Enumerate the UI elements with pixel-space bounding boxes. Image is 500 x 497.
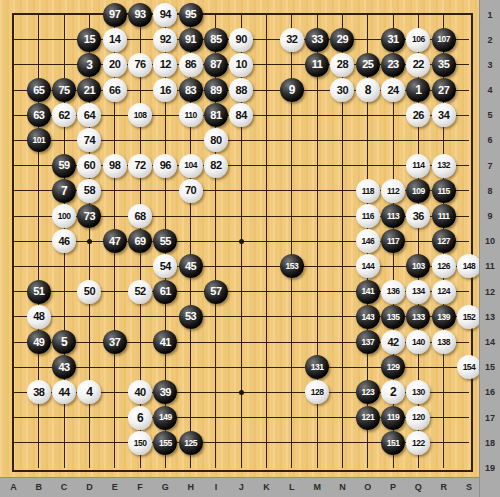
column-label-I: I (215, 482, 218, 492)
stone-white-E3[interactable]: 20 (103, 53, 127, 77)
stone-white-D12[interactable]: 50 (77, 280, 101, 304)
stone-black-R2[interactable]: 107 (432, 28, 456, 52)
stone-white-F3[interactable]: 76 (128, 53, 152, 77)
stone-black-H1[interactable]: 95 (179, 3, 203, 27)
stone-white-R5[interactable]: 34 (432, 103, 456, 127)
stone-black-O17[interactable]: 121 (356, 406, 380, 430)
row-label-15: 15 (485, 362, 495, 372)
stone-black-E14[interactable]: 37 (103, 330, 127, 354)
stone-black-C4[interactable]: 75 (52, 78, 76, 102)
stone-white-I7[interactable]: 82 (204, 154, 228, 178)
row-label-6: 6 (487, 135, 492, 145)
stone-black-L4[interactable]: 9 (280, 78, 304, 102)
stone-white-S13[interactable]: 152 (457, 305, 481, 329)
stone-white-Q18[interactable]: 122 (406, 431, 430, 455)
stone-black-I2[interactable]: 85 (204, 28, 228, 52)
column-label-R: R (440, 482, 447, 492)
stone-white-G7[interactable]: 96 (153, 154, 177, 178)
stone-white-S15[interactable]: 154 (457, 355, 481, 379)
stone-black-C14[interactable]: 5 (52, 330, 76, 354)
stone-white-P4[interactable]: 24 (381, 78, 405, 102)
stone-white-P12[interactable]: 136 (381, 280, 405, 304)
stone-white-E4[interactable]: 66 (103, 78, 127, 102)
stone-black-H13[interactable]: 53 (179, 305, 203, 329)
column-coordinate-strip (0, 477, 500, 497)
stone-black-F1[interactable]: 93 (128, 3, 152, 27)
stone-black-E1[interactable]: 97 (103, 3, 127, 27)
stone-black-R4[interactable]: 27 (432, 78, 456, 102)
stone-white-O4[interactable]: 8 (356, 78, 380, 102)
row-label-10: 10 (485, 236, 495, 246)
stone-white-O10[interactable]: 146 (356, 229, 380, 253)
row-label-8: 8 (487, 186, 492, 196)
stone-black-B12[interactable]: 51 (27, 280, 51, 304)
stone-black-P3[interactable]: 23 (381, 53, 405, 77)
stone-white-F12[interactable]: 52 (128, 280, 152, 304)
stone-black-P18[interactable]: 151 (381, 431, 405, 455)
column-label-Q: Q (415, 482, 422, 492)
stone-white-F18[interactable]: 150 (128, 431, 152, 455)
stone-white-P14[interactable]: 42 (381, 330, 405, 354)
stone-black-O3[interactable]: 25 (356, 53, 380, 77)
stone-black-G18[interactable]: 155 (153, 431, 177, 455)
stone-white-B13[interactable]: 48 (27, 305, 51, 329)
column-label-K: K (263, 482, 270, 492)
stone-black-B5[interactable]: 63 (27, 103, 51, 127)
stone-black-O12[interactable]: 141 (356, 280, 380, 304)
row-label-19: 19 (485, 463, 495, 473)
star-point (239, 239, 244, 244)
stone-black-I3[interactable]: 87 (204, 53, 228, 77)
star-point (87, 239, 92, 244)
column-label-S: S (466, 482, 472, 492)
column-label-G: G (162, 482, 169, 492)
row-label-12: 12 (485, 287, 495, 297)
stone-black-R10[interactable]: 127 (432, 229, 456, 253)
stone-black-H4[interactable]: 83 (179, 78, 203, 102)
stone-white-G2[interactable]: 92 (153, 28, 177, 52)
stone-black-R9[interactable]: 111 (432, 204, 456, 228)
stone-white-R11[interactable]: 126 (432, 254, 456, 278)
column-label-N: N (339, 482, 346, 492)
go-board-screenshot: 9793949515149291859032332931106107320761… (0, 0, 500, 497)
stone-black-O14[interactable]: 137 (356, 330, 380, 354)
row-label-2: 2 (487, 35, 492, 45)
stone-white-H8[interactable]: 70 (179, 179, 203, 203)
stone-white-G1[interactable]: 94 (153, 3, 177, 27)
stone-black-N2[interactable]: 29 (330, 28, 354, 52)
row-label-14: 14 (485, 337, 495, 347)
stone-black-R3[interactable]: 35 (432, 53, 456, 77)
stone-white-Q7[interactable]: 114 (406, 154, 430, 178)
row-label-4: 4 (487, 85, 492, 95)
stone-white-D7[interactable]: 60 (77, 154, 101, 178)
stone-black-P9[interactable]: 113 (381, 204, 405, 228)
stone-black-O16[interactable]: 123 (356, 380, 380, 404)
stone-black-P13[interactable]: 135 (381, 305, 405, 329)
stone-white-H7[interactable]: 104 (179, 154, 203, 178)
row-label-7: 7 (487, 161, 492, 171)
stone-black-C7[interactable]: 59 (52, 154, 76, 178)
stone-white-O8[interactable]: 118 (356, 179, 380, 203)
stone-white-E2[interactable]: 14 (103, 28, 127, 52)
stone-white-J2[interactable]: 90 (229, 28, 253, 52)
stone-white-Q17[interactable]: 120 (406, 406, 430, 430)
column-label-L: L (289, 482, 295, 492)
stone-black-M2[interactable]: 33 (305, 28, 329, 52)
star-point (239, 390, 244, 395)
go-board[interactable]: 9793949515149291859032332931106107320761… (0, 0, 479, 477)
stone-black-B14[interactable]: 49 (27, 330, 51, 354)
row-label-18: 18 (485, 438, 495, 448)
row-label-1: 1 (487, 10, 492, 20)
stone-black-R8[interactable]: 115 (432, 179, 456, 203)
column-label-P: P (390, 482, 396, 492)
column-label-D: D (86, 482, 93, 492)
stone-white-H5[interactable]: 110 (179, 103, 203, 127)
stone-black-B4[interactable]: 65 (27, 78, 51, 102)
row-label-13: 13 (485, 312, 495, 322)
stone-white-O9[interactable]: 116 (356, 204, 380, 228)
stone-black-H2[interactable]: 91 (179, 28, 203, 52)
stone-white-R12[interactable]: 124 (432, 280, 456, 304)
stone-black-H18[interactable]: 125 (179, 431, 203, 455)
row-label-5: 5 (487, 110, 492, 120)
stone-black-G17[interactable]: 149 (153, 406, 177, 430)
row-label-11: 11 (485, 261, 495, 271)
stone-white-H3[interactable]: 86 (179, 53, 203, 77)
stone-black-G12[interactable]: 61 (153, 280, 177, 304)
column-label-A: A (10, 482, 17, 492)
stone-white-Q2[interactable]: 106 (406, 28, 430, 52)
column-label-H: H (187, 482, 194, 492)
column-label-C: C (61, 482, 68, 492)
column-label-M: M (313, 482, 321, 492)
column-label-J: J (239, 482, 244, 492)
stone-black-M3[interactable]: 11 (305, 53, 329, 77)
stone-white-R14[interactable]: 138 (432, 330, 456, 354)
column-label-F: F (137, 482, 143, 492)
stone-white-F7[interactable]: 72 (128, 154, 152, 178)
stone-white-P8[interactable]: 112 (381, 179, 405, 203)
stone-white-F9[interactable]: 68 (128, 204, 152, 228)
row-label-3: 3 (487, 60, 492, 70)
stone-white-Q12[interactable]: 134 (406, 280, 430, 304)
stone-white-C9[interactable]: 100 (52, 204, 76, 228)
stone-white-S11[interactable]: 148 (457, 254, 481, 278)
stone-black-C8[interactable]: 7 (52, 179, 76, 203)
stone-white-F17[interactable]: 6 (128, 406, 152, 430)
stone-black-R13[interactable]: 139 (432, 305, 456, 329)
row-label-16: 16 (485, 387, 495, 397)
stone-white-J3[interactable]: 10 (229, 53, 253, 77)
stone-black-O13[interactable]: 143 (356, 305, 380, 329)
row-label-9: 9 (487, 211, 492, 221)
row-label-17: 17 (485, 413, 495, 423)
stone-white-E7[interactable]: 98 (103, 154, 127, 178)
column-label-B: B (36, 482, 43, 492)
stone-black-E10[interactable]: 47 (103, 229, 127, 253)
stone-black-D2[interactable]: 15 (77, 28, 101, 52)
column-label-E: E (112, 482, 118, 492)
stone-white-L2[interactable]: 32 (280, 28, 304, 52)
stone-black-I12[interactable]: 57 (204, 280, 228, 304)
column-label-O: O (364, 482, 371, 492)
stone-black-H11[interactable]: 45 (179, 254, 203, 278)
stone-black-I4[interactable]: 89 (204, 78, 228, 102)
stone-black-P17[interactable]: 119 (381, 406, 405, 430)
stone-white-R7[interactable]: 132 (432, 154, 456, 178)
stone-black-P2[interactable]: 31 (381, 28, 405, 52)
